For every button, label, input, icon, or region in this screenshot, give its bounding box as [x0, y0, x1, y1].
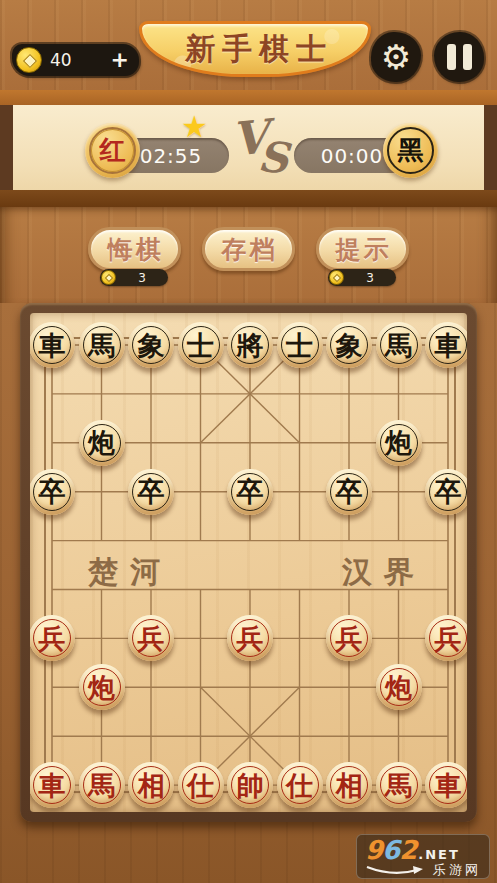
divider-band-top	[0, 90, 497, 105]
piece-red-soldier[interactable]: 兵	[425, 615, 467, 661]
piece-black-rook[interactable]: 車	[30, 322, 75, 368]
piece-black-horse[interactable]: 馬	[79, 322, 125, 368]
coin-balance-pill[interactable]: 40 +	[12, 44, 139, 76]
star-icon: ★	[181, 109, 208, 144]
red-player-label: 红	[100, 133, 126, 168]
black-player-avatar: 黑	[383, 123, 438, 178]
xiangqi-game-screen: 40 + 新手棋士 ⚙ 红 02:55 ★ V S 00:00 黑 悔	[0, 0, 497, 883]
gear-icon: ⚙	[381, 40, 411, 74]
piece-red-elephant[interactable]: 相	[326, 762, 372, 808]
coin-icon	[101, 270, 116, 285]
piece-black-soldier[interactable]: 卒	[425, 469, 467, 515]
title-banner: 新手棋士	[139, 21, 371, 77]
xiangqi-board[interactable]: 楚河 汉界 車馬象士將士象馬車炮炮卒卒卒卒卒兵兵兵兵兵炮炮車馬相仕帥仕相馬車	[30, 313, 467, 812]
piece-black-rook[interactable]: 車	[425, 322, 467, 368]
piece-black-cannon[interactable]: 炮	[376, 420, 422, 466]
vs-mark: V S	[232, 111, 294, 185]
toolbar: 悔棋 3 存档 提示 3	[0, 207, 497, 303]
board-area: 楚河 汉界 車馬象士將士象馬車炮炮卒卒卒卒卒兵兵兵兵兵炮炮車馬相仕帥仕相馬車 9…	[0, 303, 497, 883]
coin-amount: 40	[50, 50, 111, 70]
piece-black-advisor[interactable]: 士	[178, 322, 224, 368]
piece-black-soldier[interactable]: 卒	[128, 469, 174, 515]
piece-red-rook[interactable]: 車	[425, 762, 467, 808]
watermark-logo: 962	[365, 837, 416, 863]
undo-move-button[interactable]: 悔棋	[88, 227, 181, 271]
piece-black-elephant[interactable]: 象	[128, 322, 174, 368]
save-game-button[interactable]: 存档	[202, 227, 295, 271]
piece-black-soldier[interactable]: 卒	[227, 469, 273, 515]
river-label-right: 汉界	[342, 552, 426, 593]
black-player-label: 黑	[398, 133, 424, 168]
piece-black-general[interactable]: 將	[227, 322, 273, 368]
piece-black-advisor[interactable]: 士	[277, 322, 323, 368]
piece-red-cannon[interactable]: 炮	[376, 664, 422, 710]
river-label-left: 楚河	[88, 552, 172, 593]
piece-black-horse[interactable]: 馬	[376, 322, 422, 368]
piece-red-rook[interactable]: 車	[30, 762, 75, 808]
divider-band-bottom	[0, 190, 497, 207]
red-player-avatar: 红	[85, 123, 140, 178]
piece-red-horse[interactable]: 馬	[79, 762, 125, 808]
watermark-site-name: 乐游网	[433, 861, 481, 879]
hint-button[interactable]: 提示	[316, 227, 409, 271]
piece-red-cannon[interactable]: 炮	[79, 664, 125, 710]
header-bar: 40 + 新手棋士 ⚙	[0, 0, 497, 90]
settings-button[interactable]: ⚙	[371, 32, 421, 82]
piece-red-general[interactable]: 帥	[227, 762, 273, 808]
pause-button[interactable]	[434, 32, 484, 82]
piece-red-horse[interactable]: 馬	[376, 762, 422, 808]
hint-cost-badge: 3	[328, 269, 396, 286]
piece-red-advisor[interactable]: 仕	[178, 762, 224, 808]
piece-black-soldier[interactable]: 卒	[30, 469, 75, 515]
piece-black-elephant[interactable]: 象	[326, 322, 372, 368]
piece-red-advisor[interactable]: 仕	[277, 762, 323, 808]
board-frame: 楚河 汉界 車馬象士將士象馬車炮炮卒卒卒卒卒兵兵兵兵兵炮炮車馬相仕帥仕相馬車	[20, 303, 477, 822]
piece-black-soldier[interactable]: 卒	[326, 469, 372, 515]
swoosh-arrow-icon	[365, 864, 427, 876]
coin-icon	[16, 47, 42, 73]
match-panel: 红 02:55 ★ V S 00:00 黑	[0, 105, 497, 190]
add-coins-button[interactable]: +	[111, 49, 129, 71]
coin-icon	[329, 270, 344, 285]
game-title: 新手棋士	[185, 29, 333, 70]
site-watermark: 962 .NET 乐游网	[356, 834, 490, 879]
piece-red-elephant[interactable]: 相	[128, 762, 174, 808]
piece-black-cannon[interactable]: 炮	[79, 420, 125, 466]
undo-cost-badge: 3	[100, 269, 168, 286]
pause-icon	[447, 44, 472, 70]
